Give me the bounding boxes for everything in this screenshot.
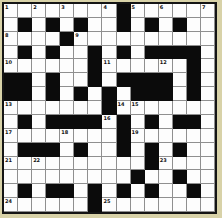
white-cell[interactable] [4,115,18,129]
white-cell[interactable] [18,32,32,46]
white-cell[interactable] [117,32,131,46]
black-cell [60,184,74,198]
white-cell[interactable] [102,129,116,143]
white-cell[interactable]: 14 [117,101,131,115]
white-cell[interactable] [88,170,102,184]
black-cell [46,143,60,157]
black-cell [117,143,131,157]
clue-number: 14 [118,101,125,107]
clue-number: 25 [103,198,110,204]
black-cell [159,73,173,87]
black-cell [4,87,18,101]
white-cell[interactable] [60,157,74,171]
white-cell[interactable] [102,18,116,32]
black-cell [187,46,201,60]
white-cell[interactable] [201,59,215,73]
white-cell[interactable] [60,18,74,32]
black-cell [145,143,159,157]
black-cell [145,115,159,129]
white-cell[interactable] [173,198,187,212]
clue-number: 5 [132,4,135,10]
white-cell[interactable] [102,157,116,171]
white-cell[interactable]: 4 [102,4,116,18]
white-cell[interactable] [145,198,159,212]
white-cell[interactable] [201,170,215,184]
white-cell[interactable] [46,157,60,171]
black-cell [74,87,88,101]
black-cell [88,115,102,129]
white-cell[interactable] [117,59,131,73]
white-cell[interactable]: 12 [159,59,173,73]
white-cell[interactable] [173,101,187,115]
white-cell[interactable] [60,59,74,73]
white-cell[interactable] [74,198,88,212]
white-cell[interactable]: 1 [4,4,18,18]
clue-number: 23 [160,157,167,163]
black-cell [18,87,32,101]
white-cell[interactable] [60,73,74,87]
clue-number: 8 [5,32,8,38]
white-cell[interactable] [131,198,145,212]
black-cell [187,73,201,87]
white-cell[interactable] [32,184,46,198]
white-cell[interactable]: 2 [32,4,46,18]
black-cell [46,115,60,129]
white-cell[interactable]: 17 [4,129,18,143]
black-cell [60,115,74,129]
white-cell[interactable] [60,143,74,157]
white-cell[interactable]: 25 [102,198,116,212]
black-cell [4,73,18,87]
white-cell[interactable] [187,32,201,46]
white-cell[interactable] [187,18,201,32]
black-cell [131,87,145,101]
white-cell[interactable] [74,101,88,115]
clue-number: 24 [5,198,12,204]
white-cell[interactable] [145,32,159,46]
black-cell [18,115,32,129]
white-cell[interactable]: 5 [131,4,145,18]
white-cell[interactable]: 18 [60,129,74,143]
white-cell[interactable] [159,143,173,157]
crossword-board: 123456789101112131415161718192122232425 [0,0,222,218]
black-cell [88,73,102,87]
black-cell [145,184,159,198]
crossword-grid: 123456789101112131415161718192122232425 [2,2,217,214]
white-cell[interactable] [18,198,32,212]
white-cell[interactable] [117,170,131,184]
black-cell [117,18,131,32]
white-cell[interactable] [46,101,60,115]
white-cell[interactable] [74,59,88,73]
clue-number: 9 [75,32,78,38]
black-cell [32,143,46,157]
white-cell[interactable] [117,198,131,212]
white-cell[interactable] [102,73,116,87]
white-cell[interactable] [187,4,201,18]
white-cell[interactable] [18,157,32,171]
black-cell [145,157,159,171]
black-cell [74,143,88,157]
black-cell [117,184,131,198]
black-cell [88,59,102,73]
clue-number: 13 [5,101,12,107]
white-cell[interactable] [173,157,187,171]
white-cell[interactable] [173,32,187,46]
white-cell[interactable] [173,129,187,143]
black-cell [117,129,131,143]
white-cell[interactable] [60,198,74,212]
black-cell [117,115,131,129]
black-cell [187,115,201,129]
white-cell[interactable] [173,73,187,87]
white-cell[interactable] [131,59,145,73]
white-cell[interactable] [159,101,173,115]
black-cell [173,46,187,60]
clue-number: 11 [103,59,110,65]
white-cell[interactable] [32,87,46,101]
white-cell[interactable] [88,87,102,101]
black-cell [46,46,60,60]
black-cell [74,115,88,129]
white-cell[interactable] [131,143,145,157]
black-cell [159,46,173,60]
clue-number: 1 [5,4,8,10]
white-cell[interactable] [74,184,88,198]
black-cell [145,87,159,101]
white-cell[interactable] [173,4,187,18]
white-cell[interactable] [32,170,46,184]
white-cell[interactable] [201,87,215,101]
white-cell[interactable] [145,129,159,143]
clue-number: 10 [5,59,12,65]
white-cell[interactable] [201,184,215,198]
black-cell [88,184,102,198]
white-cell[interactable]: 6 [159,4,173,18]
white-cell[interactable] [60,101,74,115]
black-cell [187,87,201,101]
clue-number: 6 [160,4,163,10]
white-cell[interactable] [74,129,88,143]
white-cell[interactable] [46,32,60,46]
white-cell[interactable] [131,32,145,46]
white-cell[interactable] [201,18,215,32]
white-cell[interactable] [32,101,46,115]
clue-number: 18 [61,129,68,135]
black-cell [102,87,116,101]
white-cell[interactable] [187,129,201,143]
white-cell[interactable] [159,32,173,46]
white-cell[interactable] [18,59,32,73]
white-cell[interactable]: 10 [4,59,18,73]
black-cell [18,184,32,198]
white-cell[interactable] [187,198,201,212]
white-cell[interactable] [4,184,18,198]
white-cell[interactable] [74,170,88,184]
white-cell[interactable] [159,198,173,212]
white-cell[interactable]: 3 [60,4,74,18]
black-cell [173,18,187,32]
white-cell[interactable] [187,157,201,171]
white-cell[interactable] [102,170,116,184]
white-cell[interactable] [74,4,88,18]
white-cell[interactable] [32,18,46,32]
clue-number: 22 [33,157,40,163]
black-cell [145,46,159,60]
white-cell[interactable] [4,143,18,157]
white-cell[interactable]: 7 [201,4,215,18]
white-cell[interactable] [46,129,60,143]
white-cell[interactable]: 8 [4,32,18,46]
clue-number: 15 [132,101,139,107]
white-cell[interactable] [102,143,116,157]
black-cell [131,170,145,184]
white-cell[interactable] [131,18,145,32]
white-cell[interactable] [131,184,145,198]
white-cell[interactable] [173,59,187,73]
white-cell[interactable] [131,46,145,60]
black-cell [46,73,60,87]
white-cell[interactable] [88,129,102,143]
black-cell [173,115,187,129]
black-cell [46,184,60,198]
white-cell[interactable] [145,170,159,184]
black-cell [145,18,159,32]
white-cell[interactable]: 16 [102,115,116,129]
white-cell[interactable] [18,101,32,115]
black-cell [173,170,187,184]
white-cell[interactable] [88,18,102,32]
black-cell [46,87,60,101]
white-cell[interactable] [187,143,201,157]
white-cell[interactable] [159,184,173,198]
white-cell[interactable]: 19 [131,129,145,143]
white-cell[interactable]: 15 [131,101,145,115]
black-cell [46,18,60,32]
white-cell[interactable]: 11 [102,59,116,73]
white-cell[interactable] [159,129,173,143]
white-cell[interactable] [18,170,32,184]
white-cell[interactable] [201,143,215,157]
white-cell[interactable] [145,59,159,73]
clue-number: 4 [103,4,106,10]
white-cell[interactable] [32,32,46,46]
white-cell[interactable] [159,170,173,184]
white-cell[interactable] [32,59,46,73]
black-cell [117,4,131,18]
white-cell[interactable] [18,129,32,143]
black-cell [18,18,32,32]
white-cell[interactable]: 23 [159,157,173,171]
black-cell [145,73,159,87]
white-cell[interactable]: 24 [4,198,18,212]
white-cell[interactable] [4,170,18,184]
white-cell[interactable] [102,32,116,46]
white-cell[interactable] [46,198,60,212]
white-cell[interactable] [32,73,46,87]
white-cell[interactable] [4,18,18,32]
white-cell[interactable]: 13 [4,101,18,115]
white-cell[interactable] [173,184,187,198]
black-cell [117,46,131,60]
white-cell[interactable] [201,101,215,115]
white-cell[interactable] [88,4,102,18]
white-cell[interactable] [74,157,88,171]
white-cell[interactable] [201,32,215,46]
white-cell[interactable] [201,198,215,212]
black-cell [74,18,88,32]
white-cell[interactable] [201,129,215,143]
white-cell[interactable] [88,143,102,157]
black-cell [102,101,116,115]
white-cell[interactable] [159,115,173,129]
black-cell [18,73,32,87]
black-cell [60,32,74,46]
black-cell [131,73,145,87]
black-cell [187,59,201,73]
black-cell [173,143,187,157]
white-cell[interactable] [131,115,145,129]
white-cell[interactable] [32,129,46,143]
white-cell[interactable] [88,101,102,115]
white-cell[interactable] [117,157,131,171]
white-cell[interactable] [74,73,88,87]
black-cell [88,46,102,60]
white-cell[interactable]: 21 [4,157,18,171]
clue-number: 17 [5,129,12,135]
white-cell[interactable] [201,73,215,87]
white-cell[interactable] [18,4,32,18]
white-cell[interactable] [4,46,18,60]
white-cell[interactable] [201,115,215,129]
white-cell[interactable]: 9 [74,32,88,46]
clue-number: 3 [61,4,64,10]
white-cell[interactable] [201,157,215,171]
black-cell [187,184,201,198]
black-cell [159,87,173,101]
white-cell[interactable] [145,101,159,115]
black-cell [18,46,32,60]
white-cell[interactable]: 22 [32,157,46,171]
white-cell[interactable] [60,87,74,101]
white-cell[interactable] [131,157,145,171]
white-cell[interactable] [46,4,60,18]
white-cell[interactable] [187,101,201,115]
white-cell[interactable] [102,46,116,60]
black-cell [18,143,32,157]
white-cell[interactable] [187,170,201,184]
clue-number: 21 [5,157,12,163]
white-cell[interactable] [60,46,74,60]
white-cell[interactable] [32,46,46,60]
white-cell[interactable] [46,59,60,73]
clue-number: 7 [202,4,205,10]
white-cell[interactable] [201,46,215,60]
white-cell[interactable] [88,32,102,46]
white-cell[interactable] [102,184,116,198]
clue-number: 19 [132,129,139,135]
white-cell[interactable] [159,18,173,32]
white-cell[interactable] [145,4,159,18]
clue-number: 2 [33,4,36,10]
black-cell [117,73,131,87]
white-cell[interactable] [88,157,102,171]
clue-number: 16 [103,115,110,121]
white-cell[interactable] [173,87,187,101]
white-cell[interactable] [60,170,74,184]
black-cell [88,198,102,212]
white-cell[interactable] [46,170,60,184]
white-cell[interactable] [32,198,46,212]
white-cell[interactable] [32,115,46,129]
white-cell[interactable] [117,87,131,101]
white-cell[interactable] [74,46,88,60]
clue-number: 12 [160,59,167,65]
